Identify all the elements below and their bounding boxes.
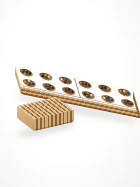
stone (90, 93, 94, 96)
stone (126, 91, 130, 94)
stone (70, 89, 74, 92)
pit-r1c4[interactable] (100, 94, 116, 104)
stone (23, 72, 27, 75)
stone (63, 80, 67, 83)
stone (87, 83, 91, 86)
product-photo-scene (0, 0, 140, 187)
stone (47, 75, 51, 78)
stone (109, 97, 113, 100)
stone (28, 71, 32, 74)
stone (67, 79, 71, 82)
stone (26, 82, 30, 85)
stone (106, 87, 110, 90)
stone (46, 86, 50, 89)
stone (50, 85, 54, 88)
stone (129, 101, 133, 104)
pit-r1c0[interactable] (21, 78, 37, 88)
pit-r1c3[interactable] (80, 90, 96, 100)
stone (85, 94, 89, 97)
stone (31, 81, 35, 84)
pit-r1c1[interactable] (41, 82, 57, 92)
pit-r1c2[interactable] (61, 86, 77, 96)
pit-r1c5[interactable] (120, 98, 136, 108)
